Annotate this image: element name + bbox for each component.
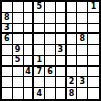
cell-r8c9[interactable] [88, 77, 99, 88]
cell-r7c6[interactable] [56, 67, 67, 78]
cell-r3c9[interactable] [88, 24, 99, 35]
cell-r6c1[interactable] [2, 56, 13, 67]
cell-r6c3[interactable] [24, 56, 35, 67]
sudoku-board: 51836893514762348 [0, 0, 101, 101]
given-digit: 4 [25, 68, 31, 76]
cell-r7c2[interactable] [13, 67, 24, 78]
cell-r3c3[interactable] [24, 24, 35, 35]
cell-r9c4[interactable]: 4 [34, 88, 45, 99]
cell-r4c4[interactable] [34, 34, 45, 45]
cell-r8c2[interactable] [13, 77, 24, 88]
cell-r9c8[interactable] [77, 88, 88, 99]
cell-r5c3[interactable] [24, 45, 35, 56]
given-digit: 6 [47, 68, 53, 76]
cell-r1c1[interactable] [2, 2, 13, 13]
cell-r1c3[interactable] [24, 2, 35, 13]
cell-r6c7[interactable] [67, 56, 78, 67]
cell-r2c5[interactable] [45, 13, 56, 24]
cell-r8c4[interactable] [34, 77, 45, 88]
given-digit: 8 [80, 35, 86, 43]
cell-r2c9[interactable] [88, 13, 99, 24]
cell-r3c4[interactable] [34, 24, 45, 35]
cell-r8c3[interactable] [24, 77, 35, 88]
cell-r6c2[interactable]: 5 [13, 56, 24, 67]
given-digit: 3 [4, 24, 10, 32]
cell-r4c6[interactable] [56, 34, 67, 45]
given-digit: 9 [15, 46, 21, 54]
cell-r2c2[interactable] [13, 13, 24, 24]
cell-r5c7[interactable] [67, 45, 78, 56]
cell-r1c4[interactable]: 5 [34, 2, 45, 13]
cell-r1c7[interactable] [67, 2, 78, 13]
cell-r4c2[interactable] [13, 34, 24, 45]
cell-r3c6[interactable] [56, 24, 67, 35]
cell-r9c3[interactable] [24, 88, 35, 99]
cell-r2c4[interactable] [34, 13, 45, 24]
cell-r9c1[interactable] [2, 88, 13, 99]
cell-r5c4[interactable] [34, 45, 45, 56]
given-digit: 3 [80, 78, 86, 86]
cell-r2c6[interactable] [56, 13, 67, 24]
given-digit: 5 [36, 3, 42, 11]
cell-r9c9[interactable] [88, 88, 99, 99]
cell-r6c8[interactable] [77, 56, 88, 67]
cell-r8c1[interactable] [2, 77, 13, 88]
cell-r5c1[interactable] [2, 45, 13, 56]
given-digit: 8 [4, 14, 10, 22]
cell-r5c5[interactable] [45, 45, 56, 56]
cell-r4c1[interactable]: 6 [2, 34, 13, 45]
cell-r1c8[interactable] [77, 2, 88, 13]
given-digit: 8 [69, 90, 75, 98]
cell-r2c1[interactable]: 8 [2, 13, 13, 24]
cell-r2c8[interactable] [77, 13, 88, 24]
cell-r5c6[interactable]: 3 [56, 45, 67, 56]
cell-r9c5[interactable] [45, 88, 56, 99]
cell-r1c2[interactable] [13, 2, 24, 13]
cell-r1c5[interactable] [45, 2, 56, 13]
cell-r8c5[interactable] [45, 77, 56, 88]
cell-r6c9[interactable] [88, 56, 99, 67]
cell-r3c8[interactable] [77, 24, 88, 35]
cell-r4c9[interactable] [88, 34, 99, 45]
given-digit: 1 [36, 56, 42, 64]
cell-r8c7[interactable]: 2 [67, 77, 78, 88]
cell-r3c7[interactable] [67, 24, 78, 35]
cell-r8c6[interactable] [56, 77, 67, 88]
cell-r2c3[interactable] [24, 13, 35, 24]
cell-r2c7[interactable] [67, 13, 78, 24]
given-digit: 2 [69, 78, 75, 86]
cell-r7c4[interactable]: 7 [34, 67, 45, 78]
cell-r4c3[interactable] [24, 34, 35, 45]
cell-r4c8[interactable]: 8 [77, 34, 88, 45]
cell-r7c8[interactable] [77, 67, 88, 78]
given-digit: 3 [57, 46, 63, 54]
given-digit: 7 [36, 68, 42, 76]
cell-r9c6[interactable] [56, 88, 67, 99]
cell-r4c5[interactable] [45, 34, 56, 45]
given-digit: 1 [91, 3, 97, 11]
cell-r9c7[interactable]: 8 [67, 88, 78, 99]
given-digit: 4 [36, 90, 42, 98]
cell-r5c2[interactable]: 9 [13, 45, 24, 56]
cell-r3c1[interactable]: 3 [2, 24, 13, 35]
cell-r7c5[interactable]: 6 [45, 67, 56, 78]
cell-r1c6[interactable] [56, 2, 67, 13]
cell-r6c4[interactable]: 1 [34, 56, 45, 67]
cell-r5c8[interactable] [77, 45, 88, 56]
cell-r4c7[interactable] [67, 34, 78, 45]
cell-r7c7[interactable] [67, 67, 78, 78]
cell-r1c9[interactable]: 1 [88, 2, 99, 13]
cell-r6c6[interactable] [56, 56, 67, 67]
cell-r7c3[interactable]: 4 [24, 67, 35, 78]
cell-r6c5[interactable] [45, 56, 56, 67]
cell-r7c9[interactable] [88, 67, 99, 78]
cell-r9c2[interactable] [13, 88, 24, 99]
cell-r7c1[interactable] [2, 67, 13, 78]
given-digit: 5 [15, 56, 21, 64]
cell-r8c8[interactable]: 3 [77, 77, 88, 88]
cell-r3c2[interactable] [13, 24, 24, 35]
cell-r3c5[interactable] [45, 24, 56, 35]
cell-r5c9[interactable] [88, 45, 99, 56]
given-digit: 6 [4, 35, 10, 43]
